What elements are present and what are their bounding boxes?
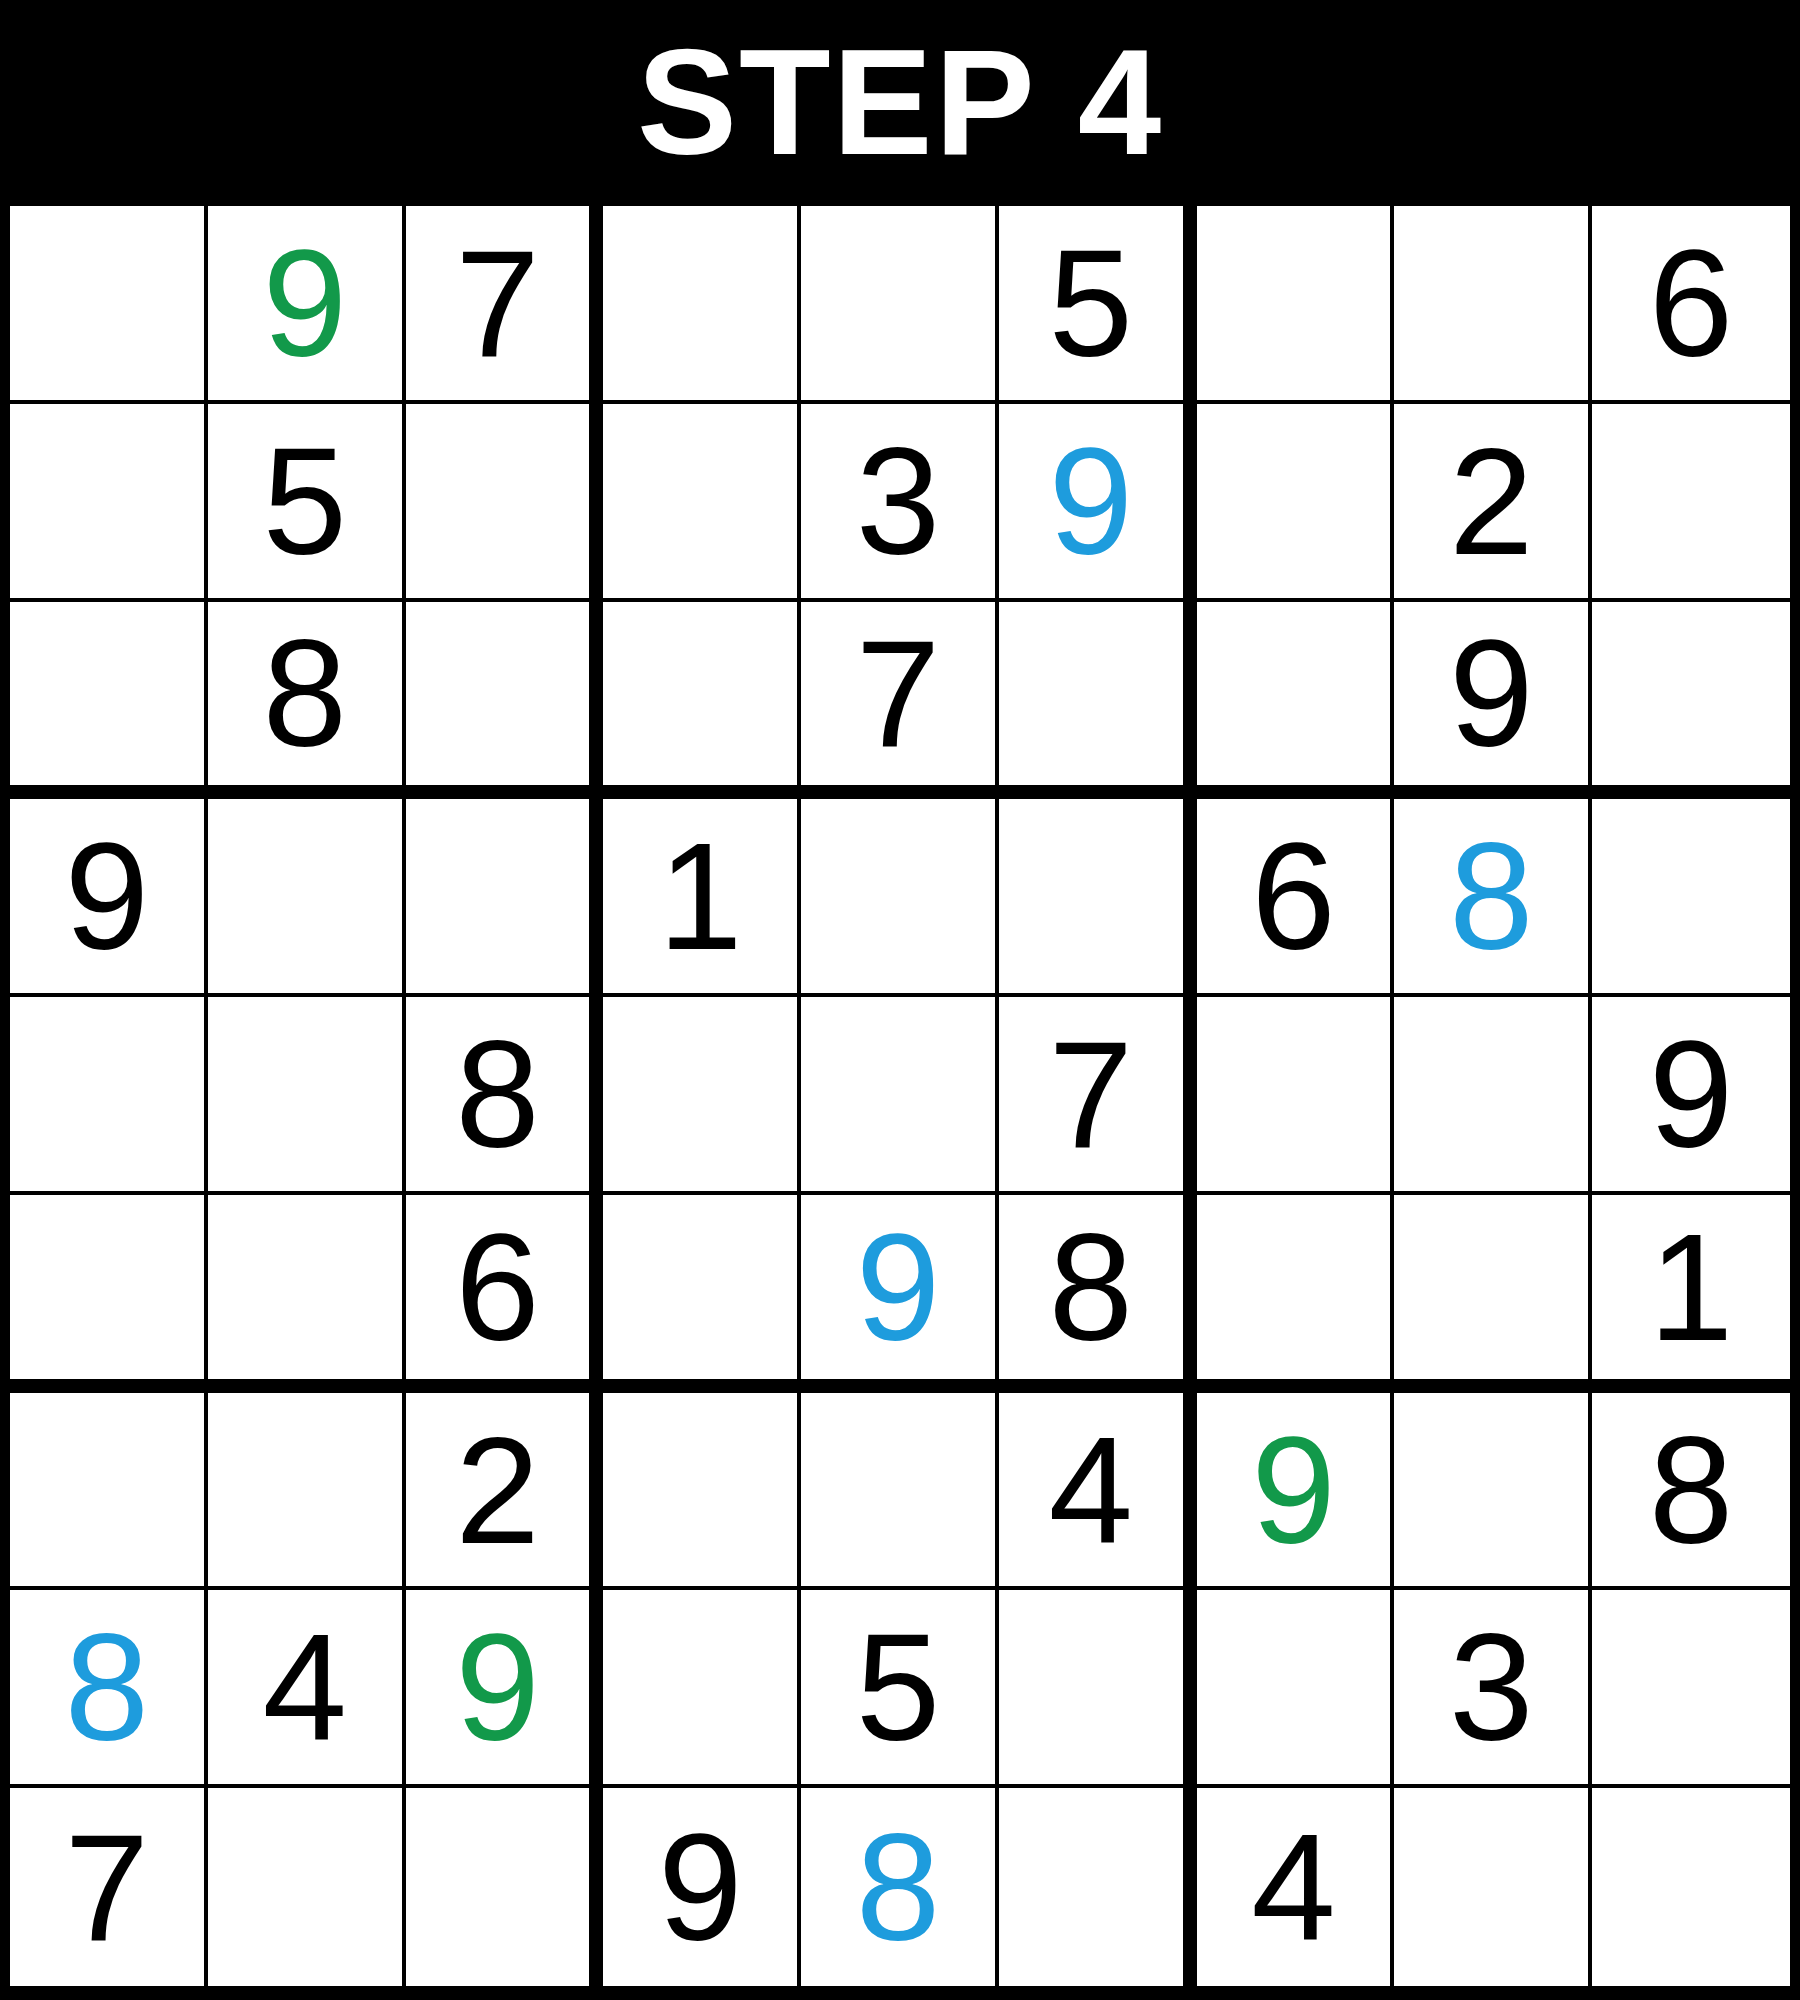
cell-r4c3[interactable] (406, 799, 604, 997)
cell-r8c9[interactable] (1592, 1590, 1790, 1788)
cell-r8c4[interactable] (603, 1590, 801, 1788)
cell-r7c6[interactable]: 4 (999, 1393, 1197, 1591)
cell-r6c4[interactable] (603, 1195, 801, 1393)
cell-r1c2[interactable]: 9 (208, 206, 406, 404)
cell-r9c5[interactable]: 8 (801, 1788, 999, 1986)
cell-r6c8[interactable] (1394, 1195, 1592, 1393)
cell-r9c6[interactable] (999, 1788, 1197, 1986)
cell-r7c4[interactable] (603, 1393, 801, 1591)
cell-r6c5[interactable]: 9 (801, 1195, 999, 1393)
cell-r3c4[interactable] (603, 602, 801, 800)
cell-r2c6[interactable]: 9 (999, 404, 1197, 602)
cell-r3c9[interactable] (1592, 602, 1790, 800)
cell-r2c5[interactable]: 3 (801, 404, 999, 602)
cell-r5c7[interactable] (1197, 997, 1395, 1195)
cell-r9c9[interactable] (1592, 1788, 1790, 1986)
cell-r4c4[interactable]: 1 (603, 799, 801, 997)
cell-r8c3[interactable]: 9 (406, 1590, 604, 1788)
cell-r7c1[interactable] (10, 1393, 208, 1591)
cell-r4c6[interactable] (999, 799, 1197, 997)
cell-r8c6[interactable] (999, 1590, 1197, 1788)
cell-r4c9[interactable] (1592, 799, 1790, 997)
cell-r7c5[interactable] (801, 1393, 999, 1591)
cell-r1c4[interactable] (603, 206, 801, 404)
cell-r9c7[interactable]: 4 (1197, 1788, 1395, 1986)
cell-r5c1[interactable] (10, 997, 208, 1195)
cell-r7c3[interactable]: 2 (406, 1393, 604, 1591)
cell-r2c8[interactable]: 2 (1394, 404, 1592, 602)
cell-r6c2[interactable] (208, 1195, 406, 1393)
cell-r5c6[interactable]: 7 (999, 997, 1197, 1195)
cell-r3c1[interactable] (10, 602, 208, 800)
cell-r5c4[interactable] (603, 997, 801, 1195)
cell-r7c2[interactable] (208, 1393, 406, 1591)
cell-r4c7[interactable]: 6 (1197, 799, 1395, 997)
sudoku-board: 97565392879916887969812498849537984 (0, 204, 1800, 2000)
cell-r1c3[interactable]: 7 (406, 206, 604, 404)
cell-r1c7[interactable] (1197, 206, 1395, 404)
cell-r8c8[interactable]: 3 (1394, 1590, 1592, 1788)
cell-r3c8[interactable]: 9 (1394, 602, 1592, 800)
cell-r1c9[interactable]: 6 (1592, 206, 1790, 404)
cell-r2c1[interactable] (10, 404, 208, 602)
cell-r6c9[interactable]: 1 (1592, 1195, 1790, 1393)
cell-r4c8[interactable]: 8 (1394, 799, 1592, 997)
cell-r5c3[interactable]: 8 (406, 997, 604, 1195)
cell-r3c6[interactable] (999, 602, 1197, 800)
cell-r4c1[interactable]: 9 (10, 799, 208, 997)
cell-r6c1[interactable] (10, 1195, 208, 1393)
cell-r1c8[interactable] (1394, 206, 1592, 404)
cell-r2c2[interactable]: 5 (208, 404, 406, 602)
cell-r5c2[interactable] (208, 997, 406, 1195)
cell-r7c8[interactable] (1394, 1393, 1592, 1591)
cell-r4c5[interactable] (801, 799, 999, 997)
cell-r7c9[interactable]: 8 (1592, 1393, 1790, 1591)
cell-r9c1[interactable]: 7 (10, 1788, 208, 1986)
cell-r2c4[interactable] (603, 404, 801, 602)
cell-r9c2[interactable] (208, 1788, 406, 1986)
cell-r1c5[interactable] (801, 206, 999, 404)
cell-r3c3[interactable] (406, 602, 604, 800)
step-banner: STEP 4 (0, 0, 1800, 204)
cell-r7c7[interactable]: 9 (1197, 1393, 1395, 1591)
step-title: STEP 4 (637, 27, 1163, 177)
cell-r9c4[interactable]: 9 (603, 1788, 801, 1986)
cell-r4c2[interactable] (208, 799, 406, 997)
cell-r3c2[interactable]: 8 (208, 602, 406, 800)
cell-r2c9[interactable] (1592, 404, 1790, 602)
cell-r1c1[interactable] (10, 206, 208, 404)
cell-r6c7[interactable] (1197, 1195, 1395, 1393)
cell-r8c2[interactable]: 4 (208, 1590, 406, 1788)
cell-r6c3[interactable]: 6 (406, 1195, 604, 1393)
cell-r3c7[interactable] (1197, 602, 1395, 800)
cell-r5c8[interactable] (1394, 997, 1592, 1195)
cell-r2c3[interactable] (406, 404, 604, 602)
cell-r9c3[interactable] (406, 1788, 604, 1986)
cell-r8c7[interactable] (1197, 1590, 1395, 1788)
cell-r2c7[interactable] (1197, 404, 1395, 602)
cell-r5c9[interactable]: 9 (1592, 997, 1790, 1195)
cell-r1c6[interactable]: 5 (999, 206, 1197, 404)
cell-r3c5[interactable]: 7 (801, 602, 999, 800)
cell-r5c5[interactable] (801, 997, 999, 1195)
cell-r6c6[interactable]: 8 (999, 1195, 1197, 1393)
cell-r8c1[interactable]: 8 (10, 1590, 208, 1788)
cell-r8c5[interactable]: 5 (801, 1590, 999, 1788)
sudoku-page: STEP 4 975653928799168879698124988495379… (0, 0, 1800, 2000)
cell-r9c8[interactable] (1394, 1788, 1592, 1986)
